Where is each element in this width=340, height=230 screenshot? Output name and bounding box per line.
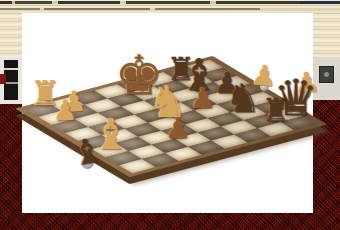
pieces-layer: ♜♟♟♝♞♚♜♝♟♟♞♟♛♜♝♟♟ xyxy=(22,13,313,213)
product-photo-panel: ♜♟♟♝♞♚♜♝♟♟♞♟♛♜♝♟♟ xyxy=(22,13,313,213)
right-margin-thumbnail xyxy=(319,66,334,83)
left-margin-thumbnail xyxy=(4,60,18,100)
black-p-glyph: ♟ xyxy=(165,114,191,143)
black-n-glyph: ♞ xyxy=(225,78,261,118)
black-p-glyph: ♟ xyxy=(190,84,216,113)
white-p-glyph: ♟ xyxy=(52,97,77,125)
page: ♜♟♟♝♞♚♜♝♟♟♞♟♛♜♝♟♟ xyxy=(0,0,340,230)
black-r-glyph: ♜ xyxy=(262,94,291,126)
left-margin-red-mark xyxy=(0,74,6,84)
